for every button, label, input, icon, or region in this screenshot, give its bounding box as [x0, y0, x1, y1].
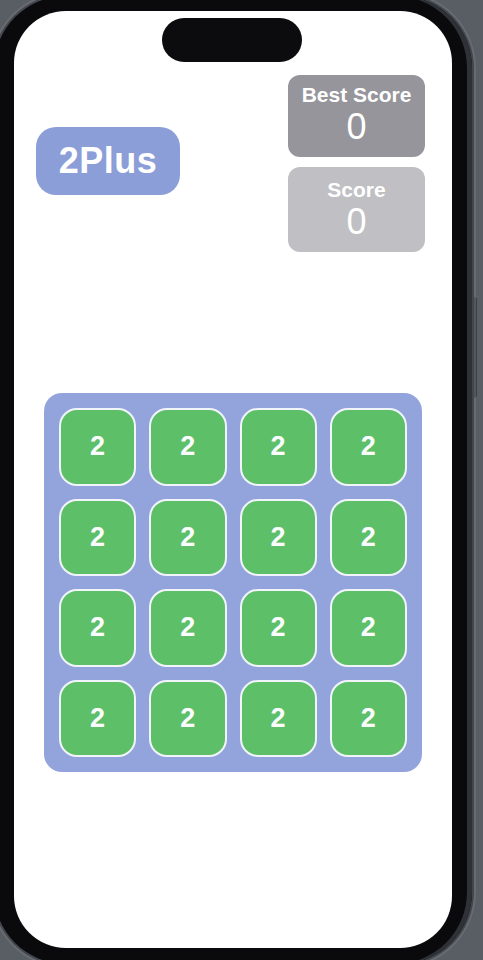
score-value: 0	[346, 203, 366, 241]
tile: 2	[149, 680, 226, 758]
best-score-value: 0	[346, 108, 366, 146]
board-grid[interactable]: 2222222222222222	[44, 393, 422, 772]
tile: 2	[240, 589, 317, 667]
score-label: Score	[327, 177, 385, 203]
tile: 2	[240, 408, 317, 486]
tile: 2	[330, 680, 407, 758]
tile: 2	[330, 408, 407, 486]
best-score-label: Best Score	[302, 82, 412, 108]
tile: 2	[59, 408, 136, 486]
best-score-badge: Best Score 0	[288, 75, 425, 157]
tile: 2	[59, 680, 136, 758]
tile: 2	[59, 589, 136, 667]
phone-screen: 2Plus Best Score 0 Score 0 2222222222222…	[14, 11, 452, 948]
tile: 2	[330, 589, 407, 667]
tile: 2	[59, 499, 136, 577]
app-title-badge: 2Plus	[36, 127, 180, 195]
tile: 2	[149, 589, 226, 667]
score-badge: Score 0	[288, 167, 425, 252]
app-title-label: 2Plus	[59, 140, 158, 182]
tile: 2	[240, 499, 317, 577]
dynamic-island	[162, 18, 302, 62]
tile: 2	[149, 499, 226, 577]
tile: 2	[330, 499, 407, 577]
tile: 2	[240, 680, 317, 758]
tile: 2	[149, 408, 226, 486]
